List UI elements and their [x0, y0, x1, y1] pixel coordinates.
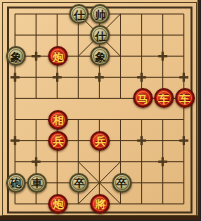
piece-glyph: 卒 — [116, 178, 127, 189]
point-marker — [137, 136, 146, 145]
point-marker — [53, 73, 62, 82]
piece-glyph: 將 — [95, 199, 106, 210]
piece-glyph: 象 — [11, 51, 22, 62]
piece-olive-pawn[interactable]: 卒 — [112, 173, 132, 193]
piece-glyph: 砲 — [11, 178, 22, 189]
piece-glyph: 車 — [32, 178, 43, 189]
piece-red-cannon[interactable]: 炮 — [48, 194, 68, 214]
point-marker — [137, 73, 146, 82]
piece-red-horse[interactable]: 马 — [133, 88, 153, 108]
point-marker — [11, 73, 20, 82]
piece-glyph: 车 — [179, 93, 190, 104]
piece-olive-cannon[interactable]: 砲 — [6, 173, 26, 193]
piece-glyph: 帅 — [95, 9, 106, 20]
piece-glyph: 炮 — [53, 199, 64, 210]
piece-glyph: 马 — [137, 93, 148, 104]
piece-red-pawn[interactable]: 兵 — [48, 131, 68, 151]
piece-red-rook[interactable]: 车 — [154, 88, 174, 108]
piece-glyph: 兵 — [95, 136, 106, 147]
point-marker — [95, 73, 104, 82]
piece-glyph: 兵 — [53, 136, 64, 147]
piece-red-elephant[interactable]: 相 — [48, 110, 68, 130]
point-marker — [32, 157, 41, 166]
point-marker — [32, 52, 41, 61]
piece-glyph: 相 — [53, 115, 64, 126]
piece-glyph: 卒 — [74, 178, 85, 189]
xiangqi-board[interactable]: 仕帅仕象炮象马车车相兵兵砲車卒卒炮將 — [0, 0, 200, 220]
piece-olive-rook[interactable]: 車 — [27, 173, 47, 193]
piece-glyph: 炮 — [53, 51, 64, 62]
piece-glyph: 仕 — [74, 9, 85, 20]
point-marker — [158, 52, 167, 61]
piece-glyph: 仕 — [95, 30, 106, 41]
piece-glyph: 车 — [158, 93, 169, 104]
point-marker — [179, 73, 188, 82]
board-frame — [198, 0, 201, 220]
point-marker — [11, 136, 20, 145]
piece-olive-pawn[interactable]: 卒 — [69, 173, 89, 193]
board-frame — [0, 216, 200, 221]
piece-red-pawn[interactable]: 兵 — [90, 131, 110, 151]
piece-glyph: 象 — [95, 51, 106, 62]
point-marker — [158, 157, 167, 166]
point-marker — [179, 136, 188, 145]
